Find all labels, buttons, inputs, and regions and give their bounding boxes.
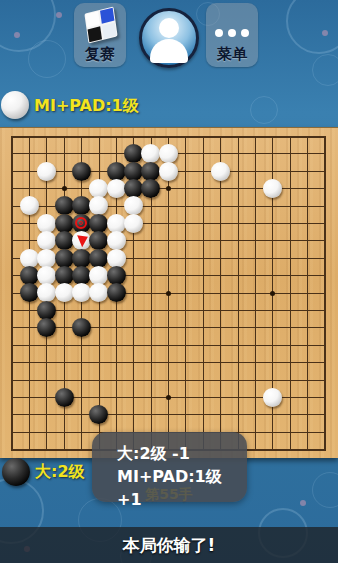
- stone-white: ○: [37, 231, 56, 250]
- pattern-dot: [56, 12, 62, 18]
- replay-button[interactable]: 复赛: [74, 3, 126, 67]
- stone-black: ●: [72, 162, 91, 181]
- game-result-text: 本局你输了!: [0, 527, 338, 563]
- stone-white: ○: [37, 249, 56, 268]
- stone-white: ○: [107, 249, 126, 268]
- stone-black: ●: [72, 266, 91, 285]
- stone-white: ○: [55, 283, 74, 302]
- grid-line-v: [238, 136, 239, 451]
- status-bar: 本局你输了!: [0, 527, 338, 563]
- stone-white: ○: [263, 179, 282, 198]
- stone-white: ○: [159, 162, 178, 181]
- grid-line-v: [220, 136, 221, 451]
- swirl-ornament: [28, 40, 66, 78]
- star-point: [270, 291, 275, 296]
- stone-black: ●: [55, 231, 74, 250]
- stone-white: ○: [89, 266, 108, 285]
- stone-black: ●: [107, 266, 126, 285]
- grid-line-v: [324, 136, 326, 451]
- stone-black: ●: [55, 266, 74, 285]
- stone-white: ○: [159, 144, 178, 163]
- stone-white: ○: [107, 231, 126, 250]
- replay-button-label: 复赛: [74, 45, 126, 64]
- grid-line-v: [11, 136, 13, 451]
- pattern-dot: [322, 30, 328, 36]
- star-point: [166, 186, 171, 191]
- stone-white: ○: [89, 283, 108, 302]
- stone-black: ●: [72, 196, 91, 215]
- stone-black: ●: [72, 214, 91, 233]
- stone-black: ●: [37, 318, 56, 337]
- stone-black: ●: [55, 249, 74, 268]
- stone-white: ○: [107, 214, 126, 233]
- stone-white: ○: [20, 196, 39, 215]
- stone-black: ●: [20, 266, 39, 285]
- stone-black: ●: [72, 249, 91, 268]
- swirl-ornament: [286, 0, 338, 54]
- top-player-name: MI+PAD:1级: [34, 96, 139, 117]
- stone-black: ●: [124, 179, 143, 198]
- stone-white: ○: [37, 162, 56, 181]
- stone-black: ●: [107, 162, 126, 181]
- stone-white: ○: [89, 196, 108, 215]
- go-board[interactable]: ●○○○●●●●○○○○●●○○●●○○○●●●○○○●○●○○○●●●○●○●…: [0, 127, 338, 458]
- three-dots-icon: [206, 29, 258, 37]
- stone-white: ○: [107, 179, 126, 198]
- stone-black: ●: [72, 318, 91, 337]
- stone-white: ○: [124, 196, 143, 215]
- star-point: [166, 395, 171, 400]
- bottom-player-name: 大:2级: [35, 462, 85, 483]
- stone-black: ●: [124, 162, 143, 181]
- pattern-dot: [14, 32, 20, 38]
- player-avatar-button[interactable]: [139, 8, 199, 68]
- stone-black: ●: [55, 388, 74, 407]
- swirl-ornament: [250, 96, 278, 124]
- stone-white: ○: [20, 249, 39, 268]
- popup-line-black-result: 大:2级 -1: [92, 442, 247, 465]
- stone-black: ●: [107, 283, 126, 302]
- stone-black: ●: [141, 162, 160, 181]
- stone-black: ●: [55, 196, 74, 215]
- stone-black: ●: [89, 214, 108, 233]
- stone-black: ●: [124, 144, 143, 163]
- stone-black: ●: [89, 231, 108, 250]
- star-point: [166, 291, 171, 296]
- white-player-stone-icon: [1, 91, 29, 119]
- grid-line-v: [255, 136, 256, 451]
- grid-line-v: [307, 136, 308, 451]
- stone-white: ○: [141, 144, 160, 163]
- stone-white: ○: [37, 266, 56, 285]
- checkered-board-icon: [84, 6, 117, 43]
- person-icon: [159, 18, 179, 38]
- menu-button[interactable]: 菜单: [206, 3, 258, 67]
- stone-black: ●: [55, 214, 74, 233]
- stone-black: ●: [141, 179, 160, 198]
- menu-button-label: 菜单: [206, 45, 258, 64]
- stone-black: ●: [37, 301, 56, 320]
- result-popup: 大:2级 -1 MI+PAD:1级 +1: [92, 432, 247, 502]
- black-player-stone-icon: [2, 458, 30, 486]
- grid-line-v: [203, 136, 204, 451]
- stone-black: ●: [89, 249, 108, 268]
- stone-white: ○: [37, 283, 56, 302]
- grid-line-v: [290, 136, 291, 451]
- stone-white: ○: [89, 179, 108, 198]
- grid-line-v: [185, 136, 186, 451]
- stone-white: ○: [263, 388, 282, 407]
- popup-line-white-result: MI+PAD:1级 +1: [92, 465, 247, 511]
- star-point: [62, 186, 67, 191]
- previous-move-marker: [77, 235, 88, 247]
- app-screen: 复赛 菜单 MI+PAD:1级 ●○○○●●●●○○○○●●○○●●○○○●●●…: [0, 0, 338, 563]
- stone-black: ●: [89, 405, 108, 424]
- stone-white: ○: [72, 283, 91, 302]
- last-move-marker: [75, 217, 87, 229]
- stone-white: ○: [124, 214, 143, 233]
- swirl-ornament: [312, 54, 338, 86]
- stone-white: ○: [211, 162, 230, 181]
- stone-white: ○: [37, 214, 56, 233]
- stone-black: ●: [20, 283, 39, 302]
- stone-white: ○: [72, 231, 91, 250]
